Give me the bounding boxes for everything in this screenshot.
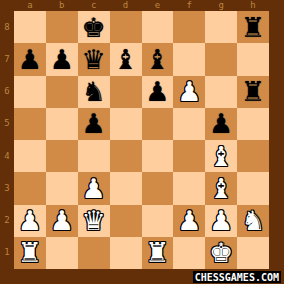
file-label-d: d <box>110 0 142 11</box>
square-e6[interactable]: ♟ <box>142 76 174 108</box>
square-a5[interactable] <box>14 108 46 140</box>
square-d6[interactable] <box>110 76 142 108</box>
piece-white-pawn[interactable]: ♟ <box>173 76 205 108</box>
rank-label-5: 5 <box>0 108 14 140</box>
square-c2[interactable]: ♛ <box>78 205 110 237</box>
square-c6[interactable]: ♞ <box>78 76 110 108</box>
square-a7[interactable]: ♟ <box>14 43 46 75</box>
square-a4[interactable] <box>14 140 46 172</box>
square-g1[interactable]: ♚ <box>205 237 237 269</box>
square-g5[interactable]: ♟ <box>205 108 237 140</box>
square-c4[interactable] <box>78 140 110 172</box>
square-a8[interactable] <box>14 11 46 43</box>
file-label-e: e <box>142 0 174 11</box>
square-b1[interactable] <box>46 237 78 269</box>
square-c3[interactable]: ♟ <box>78 172 110 204</box>
piece-black-bishop[interactable]: ♝ <box>110 43 142 75</box>
square-e1[interactable]: ♜ <box>142 237 174 269</box>
square-h7[interactable] <box>237 43 269 75</box>
piece-black-pawn[interactable]: ♟ <box>205 108 237 140</box>
square-g7[interactable] <box>205 43 237 75</box>
piece-white-pawn[interactable]: ♟ <box>46 205 78 237</box>
square-d5[interactable] <box>110 108 142 140</box>
file-label-h: h <box>237 0 269 11</box>
square-b2[interactable]: ♟ <box>46 205 78 237</box>
square-f5[interactable] <box>173 108 205 140</box>
square-b4[interactable] <box>46 140 78 172</box>
piece-white-knight[interactable]: ♞ <box>237 205 269 237</box>
file-label-g: g <box>205 0 237 11</box>
square-h3[interactable] <box>237 172 269 204</box>
square-h5[interactable] <box>237 108 269 140</box>
square-h6[interactable]: ♜ <box>237 76 269 108</box>
square-c8[interactable]: ♚ <box>78 11 110 43</box>
square-g4[interactable]: ♝ <box>205 140 237 172</box>
square-c1[interactable] <box>78 237 110 269</box>
square-a3[interactable] <box>14 172 46 204</box>
rank-label-7: 7 <box>0 43 14 75</box>
square-d4[interactable] <box>110 140 142 172</box>
square-a6[interactable] <box>14 76 46 108</box>
piece-black-rook[interactable]: ♜ <box>237 76 269 108</box>
piece-black-pawn[interactable]: ♟ <box>78 108 110 140</box>
chess-diagram: abcdefgh 87654321 ♚♜♟♟♛♝♝♞♟♟♜♟♟♝♟♝♟♟♛♟♟♞… <box>0 0 284 284</box>
piece-black-pawn[interactable]: ♟ <box>14 43 46 75</box>
square-f1[interactable] <box>173 237 205 269</box>
piece-white-king[interactable]: ♚ <box>205 237 237 269</box>
square-b5[interactable] <box>46 108 78 140</box>
rank-label-1: 1 <box>0 237 14 269</box>
rank-label-4: 4 <box>0 140 14 172</box>
branding-label: CHESSGAMES.COM <box>193 271 281 283</box>
piece-black-knight[interactable]: ♞ <box>78 76 110 108</box>
square-g8[interactable] <box>205 11 237 43</box>
piece-black-pawn[interactable]: ♟ <box>46 43 78 75</box>
piece-black-queen[interactable]: ♛ <box>78 43 110 75</box>
rank-labels: 87654321 <box>0 11 14 269</box>
piece-black-pawn[interactable]: ♟ <box>142 76 174 108</box>
square-d7[interactable]: ♝ <box>110 43 142 75</box>
piece-white-bishop[interactable]: ♝ <box>205 172 237 204</box>
square-f8[interactable] <box>173 11 205 43</box>
rank-label-8: 8 <box>0 11 14 43</box>
square-h1[interactable] <box>237 237 269 269</box>
square-f7[interactable] <box>173 43 205 75</box>
piece-white-rook[interactable]: ♜ <box>14 237 46 269</box>
square-e5[interactable] <box>142 108 174 140</box>
square-c5[interactable]: ♟ <box>78 108 110 140</box>
file-label-a: a <box>14 0 46 11</box>
piece-white-pawn[interactable]: ♟ <box>205 205 237 237</box>
square-e7[interactable]: ♝ <box>142 43 174 75</box>
square-e2[interactable] <box>142 205 174 237</box>
rank-label-6: 6 <box>0 76 14 108</box>
piece-white-pawn[interactable]: ♟ <box>78 172 110 204</box>
board: ♚♜♟♟♛♝♝♞♟♟♜♟♟♝♟♝♟♟♛♟♟♞♜♜♚ <box>14 11 269 269</box>
square-e8[interactable] <box>142 11 174 43</box>
piece-black-rook[interactable]: ♜ <box>237 11 269 43</box>
piece-white-pawn[interactable]: ♟ <box>14 205 46 237</box>
piece-white-queen[interactable]: ♛ <box>78 205 110 237</box>
square-d8[interactable] <box>110 11 142 43</box>
square-d2[interactable] <box>110 205 142 237</box>
piece-white-pawn[interactable]: ♟ <box>173 205 205 237</box>
square-g2[interactable]: ♟ <box>205 205 237 237</box>
file-labels: abcdefgh <box>14 0 269 11</box>
square-f6[interactable]: ♟ <box>173 76 205 108</box>
square-e3[interactable] <box>142 172 174 204</box>
file-label-f: f <box>173 0 205 11</box>
piece-white-rook[interactable]: ♜ <box>142 237 174 269</box>
square-a2[interactable]: ♟ <box>14 205 46 237</box>
square-a1[interactable]: ♜ <box>14 237 46 269</box>
square-h2[interactable]: ♞ <box>237 205 269 237</box>
square-g6[interactable] <box>205 76 237 108</box>
rank-label-2: 2 <box>0 205 14 237</box>
square-e4[interactable] <box>142 140 174 172</box>
rank-label-3: 3 <box>0 172 14 204</box>
square-h4[interactable] <box>237 140 269 172</box>
piece-black-bishop[interactable]: ♝ <box>142 43 174 75</box>
square-b6[interactable] <box>46 76 78 108</box>
square-c7[interactable]: ♛ <box>78 43 110 75</box>
square-f4[interactable] <box>173 140 205 172</box>
file-label-c: c <box>78 0 110 11</box>
square-f2[interactable]: ♟ <box>173 205 205 237</box>
piece-white-bishop[interactable]: ♝ <box>205 140 237 172</box>
piece-black-king[interactable]: ♚ <box>78 11 110 43</box>
square-b3[interactable] <box>46 172 78 204</box>
square-f3[interactable] <box>173 172 205 204</box>
square-d3[interactable] <box>110 172 142 204</box>
square-b8[interactable] <box>46 11 78 43</box>
square-b7[interactable]: ♟ <box>46 43 78 75</box>
square-h8[interactable]: ♜ <box>237 11 269 43</box>
square-d1[interactable] <box>110 237 142 269</box>
square-g3[interactable]: ♝ <box>205 172 237 204</box>
file-label-b: b <box>46 0 78 11</box>
